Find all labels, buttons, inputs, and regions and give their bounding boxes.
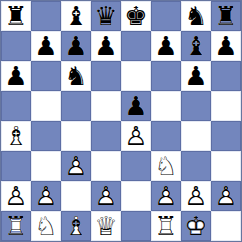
square-g5[interactable] (181, 91, 211, 121)
square-f8[interactable] (151, 1, 181, 31)
piece-white-pawn[interactable]: ♟♙ (181, 181, 211, 211)
square-b3[interactable] (31, 151, 61, 181)
piece-white-pawn[interactable]: ♟♙ (91, 181, 121, 211)
square-d8[interactable]: ♕♛ (91, 1, 121, 31)
square-h5[interactable] (211, 91, 241, 121)
piece-outline-layer: ♜ (1, 1, 31, 31)
piece-outline-layer: ♞ (61, 61, 91, 91)
square-c7[interactable]: ♙♟ (61, 31, 91, 61)
square-b6[interactable] (31, 61, 61, 91)
square-h2[interactable]: ♟♙ (211, 181, 241, 211)
square-c3[interactable]: ♟♙ (61, 151, 91, 181)
piece-white-knight[interactable]: ♞♘ (31, 211, 61, 241)
piece-outline-layer: ♝ (181, 31, 211, 61)
piece-outline-layer: ♟ (31, 31, 61, 61)
square-a3[interactable] (1, 151, 31, 181)
piece-black-knight[interactable]: ♘♞ (61, 61, 91, 91)
square-c1[interactable]: ♝♗ (61, 211, 91, 241)
square-e2[interactable] (121, 181, 151, 211)
square-h4[interactable] (211, 121, 241, 151)
square-c5[interactable] (61, 91, 91, 121)
square-d2[interactable]: ♟♙ (91, 181, 121, 211)
square-e5[interactable]: ♙♟ (121, 91, 151, 121)
piece-black-bishop[interactable]: ♗♝ (61, 1, 91, 31)
square-h8[interactable]: ♖♜ (211, 1, 241, 31)
piece-outline-layer: ♟ (61, 31, 91, 61)
square-e4[interactable]: ♟♙ (121, 121, 151, 151)
piece-outline-layer: ♟ (1, 61, 31, 91)
piece-black-rook[interactable]: ♖♜ (211, 1, 241, 31)
piece-white-bishop[interactable]: ♝♗ (1, 121, 31, 151)
piece-white-rook[interactable]: ♜♖ (151, 211, 181, 241)
piece-black-pawn[interactable]: ♙♟ (151, 31, 181, 61)
piece-outline-layer: ♙ (31, 181, 61, 211)
piece-outline-layer: ♘ (151, 151, 181, 181)
piece-black-rook[interactable]: ♖♜ (1, 1, 31, 31)
piece-outline-layer: ♙ (121, 121, 151, 151)
piece-outline-layer: ♖ (151, 211, 181, 241)
square-g2[interactable]: ♟♙ (181, 181, 211, 211)
piece-outline-layer: ♚ (121, 1, 151, 31)
square-d5[interactable] (91, 91, 121, 121)
piece-black-pawn[interactable]: ♙♟ (121, 91, 151, 121)
piece-outline-layer: ♟ (181, 61, 211, 91)
square-h7[interactable]: ♙♟ (211, 31, 241, 61)
piece-black-pawn[interactable]: ♙♟ (181, 61, 211, 91)
piece-outline-layer: ♗ (61, 211, 91, 241)
square-h1[interactable] (211, 211, 241, 241)
square-a2[interactable]: ♟♙ (1, 181, 31, 211)
piece-outline-layer: ♟ (151, 31, 181, 61)
piece-white-pawn[interactable]: ♟♙ (151, 181, 181, 211)
chess-board: ♖♜♗♝♕♛♔♚♘♞♖♜♙♟♙♟♙♟♙♟♗♝♙♟♙♟♘♞♙♟♙♟♝♗♟♙♟♙♞♘… (0, 0, 242, 242)
piece-outline-layer: ♙ (211, 181, 241, 211)
square-b1[interactable]: ♞♘ (31, 211, 61, 241)
piece-outline-layer: ♖ (1, 211, 31, 241)
piece-white-knight[interactable]: ♞♘ (151, 151, 181, 181)
square-c6[interactable]: ♘♞ (61, 61, 91, 91)
square-e8[interactable]: ♔♚ (121, 1, 151, 31)
piece-outline-layer: ♕ (91, 211, 121, 241)
square-b8[interactable] (31, 1, 61, 31)
piece-black-pawn[interactable]: ♙♟ (211, 31, 241, 61)
piece-outline-layer: ♙ (91, 181, 121, 211)
piece-white-pawn[interactable]: ♟♙ (211, 181, 241, 211)
square-f2[interactable]: ♟♙ (151, 181, 181, 211)
square-f4[interactable] (151, 121, 181, 151)
piece-outline-layer: ♙ (151, 181, 181, 211)
piece-outline-layer: ♜ (211, 1, 241, 31)
square-f3[interactable]: ♞♘ (151, 151, 181, 181)
piece-white-rook[interactable]: ♜♖ (1, 211, 31, 241)
square-g1[interactable]: ♚♔ (181, 211, 211, 241)
square-a6[interactable]: ♙♟ (1, 61, 31, 91)
square-g4[interactable] (181, 121, 211, 151)
piece-black-pawn[interactable]: ♙♟ (1, 61, 31, 91)
piece-outline-layer: ♙ (181, 181, 211, 211)
piece-black-king[interactable]: ♔♚ (121, 1, 151, 31)
piece-outline-layer: ♘ (31, 211, 61, 241)
square-c4[interactable] (61, 121, 91, 151)
square-e6[interactable] (121, 61, 151, 91)
piece-outline-layer: ♛ (91, 1, 121, 31)
square-d3[interactable] (91, 151, 121, 181)
square-b5[interactable] (31, 91, 61, 121)
piece-black-knight[interactable]: ♘♞ (181, 1, 211, 31)
piece-outline-layer: ♟ (211, 31, 241, 61)
square-h3[interactable] (211, 151, 241, 181)
piece-white-queen[interactable]: ♛♕ (91, 211, 121, 241)
piece-outline-layer: ♙ (1, 181, 31, 211)
piece-black-pawn[interactable]: ♙♟ (61, 31, 91, 61)
square-a8[interactable]: ♖♜ (1, 1, 31, 31)
square-f1[interactable]: ♜♖ (151, 211, 181, 241)
piece-white-pawn[interactable]: ♟♙ (61, 151, 91, 181)
square-e7[interactable] (121, 31, 151, 61)
piece-outline-layer: ♟ (121, 91, 151, 121)
square-e1[interactable] (121, 211, 151, 241)
square-c8[interactable]: ♗♝ (61, 1, 91, 31)
piece-white-king[interactable]: ♚♔ (181, 211, 211, 241)
square-h6[interactable] (211, 61, 241, 91)
square-c2[interactable] (61, 181, 91, 211)
piece-black-pawn[interactable]: ♙♟ (91, 31, 121, 61)
square-b4[interactable] (31, 121, 61, 151)
square-g7[interactable]: ♗♝ (181, 31, 211, 61)
piece-outline-layer: ♝ (61, 1, 91, 31)
piece-outline-layer: ♞ (181, 1, 211, 31)
square-f7[interactable]: ♙♟ (151, 31, 181, 61)
square-e3[interactable] (121, 151, 151, 181)
square-g6[interactable]: ♙♟ (181, 61, 211, 91)
square-f5[interactable] (151, 91, 181, 121)
piece-outline-layer: ♗ (1, 121, 31, 151)
piece-black-pawn[interactable]: ♙♟ (31, 31, 61, 61)
piece-outline-layer: ♔ (181, 211, 211, 241)
square-b7[interactable]: ♙♟ (31, 31, 61, 61)
square-f6[interactable] (151, 61, 181, 91)
square-g3[interactable] (181, 151, 211, 181)
piece-black-queen[interactable]: ♕♛ (91, 1, 121, 31)
square-g8[interactable]: ♘♞ (181, 1, 211, 31)
square-a5[interactable] (1, 91, 31, 121)
square-a4[interactable]: ♝♗ (1, 121, 31, 151)
square-b2[interactable]: ♟♙ (31, 181, 61, 211)
piece-white-pawn[interactable]: ♟♙ (121, 121, 151, 151)
piece-outline-layer: ♙ (61, 151, 91, 181)
square-d1[interactable]: ♛♕ (91, 211, 121, 241)
piece-white-pawn[interactable]: ♟♙ (31, 181, 61, 211)
piece-white-pawn[interactable]: ♟♙ (1, 181, 31, 211)
square-d4[interactable] (91, 121, 121, 151)
piece-outline-layer: ♟ (91, 31, 121, 61)
square-d6[interactable] (91, 61, 121, 91)
piece-white-bishop[interactable]: ♝♗ (61, 211, 91, 241)
square-d7[interactable]: ♙♟ (91, 31, 121, 61)
square-a7[interactable] (1, 31, 31, 61)
piece-black-bishop[interactable]: ♗♝ (181, 31, 211, 61)
square-a1[interactable]: ♜♖ (1, 211, 31, 241)
